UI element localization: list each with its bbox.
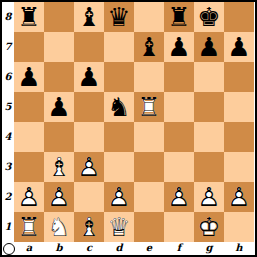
square-h4[interactable] <box>224 122 254 152</box>
file-label-d: d <box>104 242 134 255</box>
square-f6[interactable] <box>164 62 194 92</box>
black-pawn-icon: ♟ <box>74 62 104 92</box>
square-a8[interactable]: ♜ <box>14 2 44 32</box>
square-b1[interactable]: ♞♘ <box>44 212 74 242</box>
square-b5[interactable]: ♟ <box>44 92 74 122</box>
black-pawn-icon: ♟ <box>44 92 74 122</box>
square-d4[interactable] <box>104 122 134 152</box>
square-d1[interactable]: ♛♕ <box>104 212 134 242</box>
square-h8[interactable] <box>224 2 254 32</box>
square-h5[interactable] <box>224 92 254 122</box>
square-d6[interactable] <box>104 62 134 92</box>
square-e1[interactable] <box>134 212 164 242</box>
square-c3[interactable]: ♟♙ <box>74 152 104 182</box>
square-f4[interactable] <box>164 122 194 152</box>
rank-label-2: 2 <box>2 182 14 212</box>
black-queen-icon: ♛ <box>104 2 134 32</box>
square-d3[interactable] <box>104 152 134 182</box>
square-b3[interactable]: ♝♗ <box>44 152 74 182</box>
square-e8[interactable] <box>134 2 164 32</box>
white-bishop-icon: ♝♗ <box>74 212 104 242</box>
white-pawn-icon: ♟♙ <box>14 182 44 212</box>
black-knight-icon: ♞ <box>104 92 134 122</box>
black-pawn-icon: ♟ <box>194 32 224 62</box>
rank-label-8: 8 <box>2 2 14 32</box>
black-rook-icon: ♜ <box>164 2 194 32</box>
file-label-h: h <box>224 242 254 255</box>
square-g3[interactable] <box>194 152 224 182</box>
square-a2[interactable]: ♟♙ <box>14 182 44 212</box>
white-queen-icon: ♛♕ <box>104 212 134 242</box>
square-f2[interactable]: ♟♙ <box>164 182 194 212</box>
square-h7[interactable]: ♟ <box>224 32 254 62</box>
square-g8[interactable]: ♚ <box>194 2 224 32</box>
white-pawn-icon: ♟♙ <box>44 182 74 212</box>
rank-label-1: 1 <box>2 212 14 242</box>
square-c8[interactable]: ♝ <box>74 2 104 32</box>
file-label-g: g <box>194 242 224 255</box>
square-c5[interactable] <box>74 92 104 122</box>
square-g4[interactable] <box>194 122 224 152</box>
square-f7[interactable]: ♟ <box>164 32 194 62</box>
white-king-icon: ♚♔ <box>194 212 224 242</box>
square-e6[interactable] <box>134 62 164 92</box>
white-bishop-icon: ♝♗ <box>44 152 74 182</box>
square-f1[interactable] <box>164 212 194 242</box>
black-pawn-icon: ♟ <box>14 62 44 92</box>
black-rook-icon: ♜ <box>14 2 44 32</box>
square-g5[interactable] <box>194 92 224 122</box>
square-g2[interactable]: ♟♙ <box>194 182 224 212</box>
square-h1[interactable] <box>224 212 254 242</box>
black-pawn-icon: ♟ <box>164 32 194 62</box>
square-a4[interactable] <box>14 122 44 152</box>
square-a6[interactable]: ♟ <box>14 62 44 92</box>
file-label-e: e <box>134 242 164 255</box>
white-knight-icon: ♞♘ <box>44 212 74 242</box>
square-g6[interactable] <box>194 62 224 92</box>
file-labels: a b c d e f g h <box>14 242 254 255</box>
black-bishop-icon: ♝ <box>134 32 164 62</box>
file-label-f: f <box>164 242 194 255</box>
square-a7[interactable] <box>14 32 44 62</box>
square-c4[interactable] <box>74 122 104 152</box>
square-b4[interactable] <box>44 122 74 152</box>
square-d7[interactable] <box>104 32 134 62</box>
square-f5[interactable] <box>164 92 194 122</box>
black-bishop-icon: ♝ <box>74 2 104 32</box>
square-c7[interactable] <box>74 32 104 62</box>
chess-diagram: 8 7 6 5 4 3 2 1 ♜♝♛♜♚♝♟♟♟♟♟♟♞♜♖♝♗♟♙♟♙♟♙♟… <box>0 0 257 257</box>
white-rook-icon: ♜♖ <box>14 212 44 242</box>
square-a3[interactable] <box>14 152 44 182</box>
square-f8[interactable]: ♜ <box>164 2 194 32</box>
board: ♜♝♛♜♚♝♟♟♟♟♟♟♞♜♖♝♗♟♙♟♙♟♙♟♙♟♙♟♙♟♙♜♖♞♘♝♗♛♕♚… <box>14 2 254 242</box>
square-b8[interactable] <box>44 2 74 32</box>
file-label-b: b <box>44 242 74 255</box>
black-king-icon: ♚ <box>194 2 224 32</box>
black-pawn-icon: ♟ <box>224 32 254 62</box>
square-b7[interactable] <box>44 32 74 62</box>
square-e3[interactable] <box>134 152 164 182</box>
white-pawn-icon: ♟♙ <box>104 182 134 212</box>
square-g1[interactable]: ♚♔ <box>194 212 224 242</box>
square-c1[interactable]: ♝♗ <box>74 212 104 242</box>
rank-label-3: 3 <box>2 152 14 182</box>
square-c2[interactable] <box>74 182 104 212</box>
square-f3[interactable] <box>164 152 194 182</box>
file-label-a: a <box>14 242 44 255</box>
square-d8[interactable]: ♛ <box>104 2 134 32</box>
square-b6[interactable] <box>44 62 74 92</box>
rank-label-6: 6 <box>2 62 14 92</box>
white-pawn-icon: ♟♙ <box>164 182 194 212</box>
square-h3[interactable] <box>224 152 254 182</box>
square-d5[interactable]: ♞ <box>104 92 134 122</box>
white-pawn-icon: ♟♙ <box>194 182 224 212</box>
square-a1[interactable]: ♜♖ <box>14 212 44 242</box>
white-to-move-indicator <box>3 243 15 255</box>
square-e5[interactable]: ♜♖ <box>134 92 164 122</box>
square-b2[interactable]: ♟♙ <box>44 182 74 212</box>
square-e2[interactable] <box>134 182 164 212</box>
square-h6[interactable] <box>224 62 254 92</box>
square-g7[interactable]: ♟ <box>194 32 224 62</box>
white-pawn-icon: ♟♙ <box>224 182 254 212</box>
rank-label-7: 7 <box>2 32 14 62</box>
square-e4[interactable] <box>134 122 164 152</box>
white-pawn-icon: ♟♙ <box>74 152 104 182</box>
rank-labels: 8 7 6 5 4 3 2 1 <box>2 2 14 242</box>
file-label-c: c <box>74 242 104 255</box>
white-rook-icon: ♜♖ <box>134 92 164 122</box>
square-e7[interactable]: ♝ <box>134 32 164 62</box>
square-h2[interactable]: ♟♙ <box>224 182 254 212</box>
rank-label-4: 4 <box>2 122 14 152</box>
square-c6[interactable]: ♟ <box>74 62 104 92</box>
rank-label-5: 5 <box>2 92 14 122</box>
square-a5[interactable] <box>14 92 44 122</box>
square-d2[interactable]: ♟♙ <box>104 182 134 212</box>
